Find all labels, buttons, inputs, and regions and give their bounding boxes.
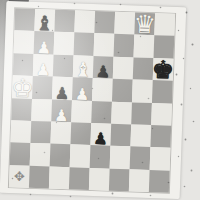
square-h6[interactable]: ♚	[153, 58, 174, 81]
white-king-piece[interactable]: ♚	[11, 75, 34, 101]
black-king-piece[interactable]: ♚	[151, 57, 174, 83]
square-b3[interactable]	[30, 121, 51, 144]
black-pawn-piece[interactable]: ♟	[55, 85, 70, 101]
square-c1[interactable]	[49, 166, 70, 189]
square-b6[interactable]: ♟	[33, 54, 54, 77]
square-e2[interactable]	[90, 145, 111, 168]
square-c4[interactable]: ♟	[51, 99, 72, 122]
square-c7[interactable]	[54, 32, 75, 55]
square-a1[interactable]: ✥	[9, 165, 30, 188]
square-c5[interactable]: ♟	[52, 77, 73, 100]
square-a8[interactable]	[14, 8, 35, 31]
square-f2[interactable]	[110, 146, 131, 169]
square-c2[interactable]	[50, 144, 71, 167]
square-g5[interactable]	[132, 80, 153, 103]
square-c3[interactable]	[50, 121, 71, 144]
square-g6[interactable]	[133, 57, 154, 80]
square-b2[interactable]	[30, 143, 51, 166]
square-g3[interactable]	[130, 124, 151, 147]
square-e1[interactable]	[89, 168, 110, 191]
black-pawn-piece[interactable]: ♟	[93, 131, 108, 147]
square-d8[interactable]	[74, 10, 95, 33]
square-a7[interactable]	[14, 31, 35, 54]
square-h2[interactable]	[150, 147, 171, 170]
square-d1[interactable]	[69, 167, 90, 190]
square-d7[interactable]	[74, 33, 95, 56]
square-b1[interactable]	[29, 165, 50, 188]
square-c8[interactable]	[54, 10, 75, 33]
square-e6[interactable]: ♟	[93, 56, 114, 79]
square-e5[interactable]	[92, 78, 113, 101]
square-g8[interactable]: ♛	[134, 12, 155, 35]
square-g1[interactable]	[129, 169, 150, 192]
square-e7[interactable]	[94, 33, 115, 56]
square-f7[interactable]	[114, 34, 135, 57]
black-bishop-piece[interactable]: ♝	[35, 13, 54, 34]
white-pawn-piece[interactable]: ♟	[36, 40, 51, 56]
square-h4[interactable]	[151, 103, 172, 126]
square-b8[interactable]: ♝	[34, 9, 55, 32]
square-f4[interactable]	[111, 101, 132, 124]
square-d3[interactable]	[70, 122, 91, 145]
square-e8[interactable]	[94, 11, 115, 34]
square-a5[interactable]: ♚	[12, 75, 33, 98]
square-f3[interactable]	[110, 124, 131, 147]
white-bishop-piece[interactable]: ♝	[74, 59, 93, 80]
white-pawn-piece[interactable]: ♟	[36, 62, 51, 78]
white-pawn-piece[interactable]: ♟	[54, 108, 69, 124]
black-pawn-piece[interactable]: ♟	[96, 64, 111, 80]
square-f1[interactable]	[109, 168, 130, 191]
square-e3[interactable]: ♟	[90, 123, 111, 146]
square-d4[interactable]	[71, 100, 92, 123]
square-f8[interactable]	[114, 12, 135, 35]
square-c6[interactable]	[53, 54, 74, 77]
square-h8[interactable]	[154, 13, 175, 36]
square-g2[interactable]	[130, 147, 151, 170]
square-d6[interactable]: ♝	[73, 55, 94, 78]
white-queen-piece[interactable]: ♛	[133, 12, 156, 38]
square-h3[interactable]	[150, 125, 171, 148]
square-b5[interactable]	[32, 76, 53, 99]
square-f6[interactable]	[113, 56, 134, 79]
white-pawn-piece[interactable]: ♟	[75, 86, 90, 102]
square-b4[interactable]	[31, 98, 52, 121]
square-f5[interactable]	[112, 79, 133, 102]
chess-board: ♝♛♟♟♝♟♚♚♟♟♟♟✥	[9, 8, 175, 192]
square-g4[interactable]	[131, 102, 152, 125]
square-a2[interactable]	[10, 142, 31, 165]
square-a3[interactable]	[10, 120, 31, 143]
square-e4[interactable]	[91, 101, 112, 124]
corner-emblem-icon: ✥	[14, 169, 25, 184]
square-h1[interactable]	[149, 170, 170, 193]
square-d2[interactable]	[70, 145, 91, 168]
